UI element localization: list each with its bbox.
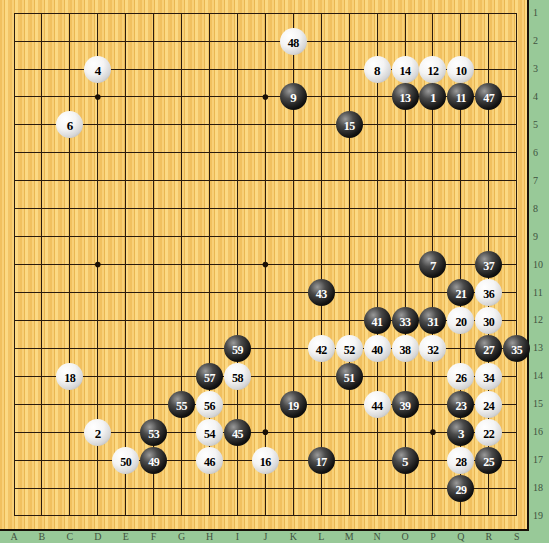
move-number: 14 [400, 57, 411, 84]
star-point-J10 [263, 262, 269, 268]
stone-black-29-Q18[interactable]: 29 [447, 475, 474, 502]
row-label-16: 16 [533, 426, 543, 438]
column-label-J: J [257, 531, 273, 543]
stone-black-17-L17[interactable]: 17 [308, 447, 335, 474]
row-label-14: 14 [533, 370, 543, 382]
stone-black-41-N12[interactable]: 41 [364, 307, 391, 334]
stone-black-57-H14[interactable]: 57 [196, 363, 223, 390]
column-label-H: H [202, 531, 218, 543]
stone-black-19-K15[interactable]: 19 [280, 391, 307, 418]
column-label-S: S [509, 531, 525, 543]
move-number: 47 [483, 85, 494, 112]
move-number: 58 [232, 364, 243, 391]
row-label-7: 7 [533, 175, 538, 187]
move-number: 42 [316, 336, 327, 363]
stone-white-42-L13[interactable]: 42 [308, 335, 335, 362]
move-number: 29 [455, 476, 466, 503]
move-number: 48 [288, 29, 299, 56]
stone-white-10-Q3[interactable]: 10 [447, 56, 474, 83]
move-number: 33 [400, 308, 411, 335]
row-label-2: 2 [533, 35, 538, 47]
move-number: 3 [458, 419, 464, 446]
move-number: 54 [204, 420, 215, 447]
move-number: 45 [232, 420, 243, 447]
stone-white-4-D3[interactable]: 4 [84, 56, 111, 83]
row-label-4: 4 [533, 91, 538, 103]
row-label-18: 18 [533, 482, 543, 494]
move-number: 49 [148, 448, 159, 475]
stone-black-39-O15[interactable]: 39 [392, 391, 419, 418]
stone-white-2-D16[interactable]: 2 [84, 419, 111, 446]
row-label-10: 10 [533, 259, 543, 271]
column-label-B: B [34, 531, 50, 543]
column-label-K: K [285, 531, 301, 543]
move-number: 53 [148, 420, 159, 447]
move-number: 28 [455, 448, 466, 475]
move-number: 39 [400, 392, 411, 419]
goban[interactable]: 1234567891011121314151617181920212223242… [0, 0, 529, 531]
column-label-F: F [146, 531, 162, 543]
column-label-N: N [369, 531, 385, 543]
stone-white-18-C14[interactable]: 18 [56, 363, 83, 390]
move-number: 5 [402, 447, 408, 474]
move-number: 26 [455, 364, 466, 391]
stone-black-27-R13[interactable]: 27 [475, 335, 502, 362]
column-label-Q: Q [453, 531, 469, 543]
move-number: 22 [483, 420, 494, 447]
stone-white-50-E17[interactable]: 50 [112, 447, 139, 474]
move-number: 52 [344, 336, 355, 363]
column-label-R: R [481, 531, 497, 543]
star-point-J4 [263, 94, 269, 100]
star-point-J16 [263, 429, 269, 435]
move-number: 44 [372, 392, 383, 419]
stone-black-55-G15[interactable]: 55 [168, 391, 195, 418]
stone-black-15-M5[interactable]: 15 [336, 111, 363, 138]
stone-white-28-Q17[interactable]: 28 [447, 447, 474, 474]
row-label-11: 11 [533, 287, 543, 299]
star-point-D4 [95, 94, 101, 100]
stone-white-34-R14[interactable]: 34 [475, 363, 502, 390]
stone-white-46-H17[interactable]: 46 [196, 447, 223, 474]
stone-black-43-L11[interactable]: 43 [308, 279, 335, 306]
move-number: 9 [290, 84, 296, 111]
move-number: 18 [64, 364, 75, 391]
stone-black-33-O12[interactable]: 33 [392, 307, 419, 334]
column-label-G: G [174, 531, 190, 543]
row-label-6: 6 [533, 147, 538, 159]
stone-black-59-I13[interactable]: 59 [224, 335, 251, 362]
move-number: 57 [204, 364, 215, 391]
stone-white-54-H16[interactable]: 54 [196, 419, 223, 446]
move-number: 40 [372, 336, 383, 363]
stone-white-26-Q14[interactable]: 26 [447, 363, 474, 390]
stone-white-40-N13[interactable]: 40 [364, 335, 391, 362]
move-number: 30 [483, 308, 494, 335]
column-label-O: O [397, 531, 413, 543]
row-label-8: 8 [533, 203, 538, 215]
stone-white-48-K2[interactable]: 48 [280, 28, 307, 55]
column-label-L: L [313, 531, 329, 543]
stone-black-45-I16[interactable]: 45 [224, 419, 251, 446]
stone-white-24-R15[interactable]: 24 [475, 391, 502, 418]
column-label-I: I [229, 531, 245, 543]
stone-black-3-Q16[interactable]: 3 [447, 419, 474, 446]
move-number: 8 [374, 56, 380, 83]
move-number: 55 [176, 392, 187, 419]
move-number: 7 [430, 252, 436, 279]
star-point-D10 [95, 262, 101, 268]
move-number: 10 [455, 57, 466, 84]
stone-white-38-O13[interactable]: 38 [392, 335, 419, 362]
move-number: 51 [344, 364, 355, 391]
column-label-D: D [90, 531, 106, 543]
move-number: 6 [67, 112, 73, 139]
row-label-3: 3 [533, 63, 538, 75]
column-labels: ABCDEFGHIJKLMNOPQRS [0, 531, 549, 543]
row-label-19: 19 [533, 510, 543, 522]
column-label-P: P [425, 531, 441, 543]
stone-white-44-N15[interactable]: 44 [364, 391, 391, 418]
move-number: 43 [316, 281, 327, 308]
move-number: 50 [120, 448, 131, 475]
stone-white-16-J17[interactable]: 16 [252, 447, 279, 474]
move-number: 13 [400, 85, 411, 112]
stone-black-53-F16[interactable]: 53 [140, 419, 167, 446]
row-label-13: 13 [533, 342, 543, 354]
stone-black-49-F17[interactable]: 49 [140, 447, 167, 474]
move-number: 24 [483, 392, 494, 419]
column-label-M: M [341, 531, 357, 543]
move-number: 23 [455, 392, 466, 419]
move-number: 1 [430, 84, 436, 111]
row-label-9: 9 [533, 231, 538, 243]
go-game-diagram: 1234567891011121314151617181920212223242… [0, 0, 549, 543]
stone-black-51-M14[interactable]: 51 [336, 363, 363, 390]
row-label-12: 12 [533, 314, 543, 326]
column-label-A: A [6, 531, 22, 543]
stone-white-8-N3[interactable]: 8 [364, 56, 391, 83]
stone-white-56-H15[interactable]: 56 [196, 391, 223, 418]
star-point-P16 [430, 429, 436, 435]
stone-black-23-Q15[interactable]: 23 [447, 391, 474, 418]
stone-black-13-O4[interactable]: 13 [392, 83, 419, 110]
stone-black-35-S13[interactable]: 35 [503, 335, 530, 362]
move-number: 21 [455, 281, 466, 308]
move-number: 59 [232, 336, 243, 363]
stone-black-5-O17[interactable]: 5 [392, 447, 419, 474]
move-number: 27 [483, 336, 494, 363]
move-number: 11 [456, 85, 466, 112]
stone-black-25-R17[interactable]: 25 [475, 447, 502, 474]
move-number: 12 [427, 57, 438, 84]
move-number: 46 [204, 448, 215, 475]
move-number: 36 [483, 281, 494, 308]
move-number: 15 [344, 113, 355, 140]
stone-white-12-P3[interactable]: 12 [419, 56, 446, 83]
move-number: 17 [316, 448, 327, 475]
row-label-1: 1 [533, 7, 538, 19]
move-number: 16 [260, 448, 271, 475]
move-number: 38 [400, 336, 411, 363]
row-label-15: 15 [533, 398, 543, 410]
move-number: 56 [204, 392, 215, 419]
move-number: 2 [95, 419, 101, 446]
stone-white-22-R16[interactable]: 22 [475, 419, 502, 446]
move-number: 25 [483, 448, 494, 475]
stone-white-58-I14[interactable]: 58 [224, 363, 251, 390]
move-number: 19 [288, 392, 299, 419]
move-number: 34 [483, 364, 494, 391]
column-label-E: E [118, 531, 134, 543]
move-number: 41 [372, 308, 383, 335]
move-number: 31 [427, 308, 438, 335]
stone-white-52-M13[interactable]: 52 [336, 335, 363, 362]
move-number: 35 [511, 336, 522, 363]
row-label-5: 5 [533, 119, 538, 131]
move-number: 32 [427, 336, 438, 363]
row-label-17: 17 [533, 454, 543, 466]
stone-white-14-O3[interactable]: 14 [392, 56, 419, 83]
move-number: 20 [455, 308, 466, 335]
move-number: 37 [483, 253, 494, 280]
row-labels: 12345678910111213141516171819 [531, 0, 549, 531]
column-label-C: C [62, 531, 78, 543]
move-number: 4 [95, 56, 101, 83]
